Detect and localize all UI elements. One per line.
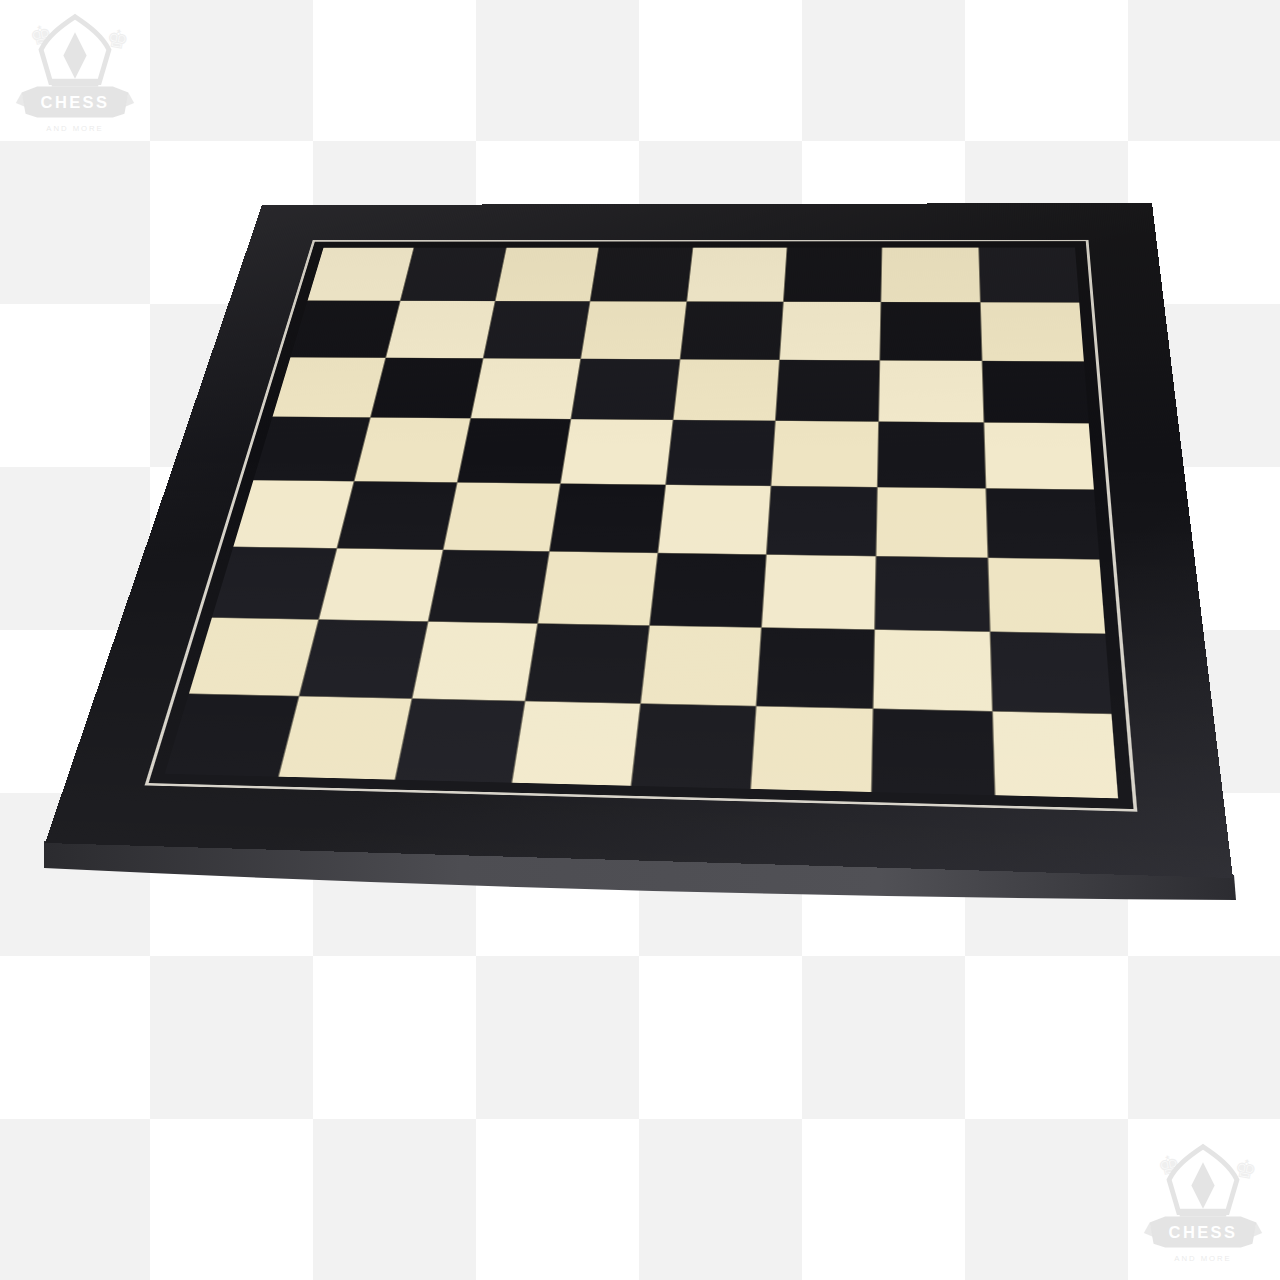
chess-shop-logo: ♚ ♚ CHESS AND MORE [1140, 1134, 1266, 1272]
square-b4 [338, 481, 457, 549]
square-f8 [784, 248, 882, 302]
square-f5 [771, 421, 878, 486]
square-a2 [189, 618, 318, 695]
board-playing-area [165, 248, 1118, 799]
square-a6 [273, 357, 386, 417]
square-h3 [988, 558, 1105, 634]
square-c6 [471, 358, 580, 418]
square-d6 [572, 359, 680, 420]
square-h7 [980, 303, 1083, 361]
square-g5 [878, 422, 985, 488]
square-f2 [757, 628, 875, 708]
square-a1 [165, 694, 299, 777]
square-f7 [780, 302, 881, 360]
board-inner-margin [149, 241, 1134, 809]
square-c8 [495, 248, 598, 302]
square-h2 [990, 632, 1111, 713]
square-b8 [401, 248, 506, 301]
watermark-logo-top-left: ♚ ♚ CHESS AND MORE [12, 4, 138, 142]
square-h5 [984, 423, 1094, 489]
square-g3 [875, 556, 989, 631]
square-e2 [641, 626, 761, 705]
square-h6 [982, 361, 1089, 423]
square-a5 [254, 417, 371, 481]
square-a4 [233, 480, 354, 548]
watermark-logo-bottom-right: ♚ ♚ CHESS AND MORE [1140, 1134, 1266, 1272]
square-e1 [631, 704, 755, 789]
square-b1 [279, 696, 411, 779]
square-c3 [428, 550, 549, 623]
square-e8 [687, 248, 787, 302]
square-d2 [526, 624, 648, 703]
watermark-banner-text: CHESS [41, 93, 110, 111]
square-b6 [371, 358, 482, 418]
square-c4 [443, 482, 560, 551]
square-h1 [993, 711, 1118, 798]
square-b2 [300, 620, 427, 698]
square-g8 [882, 248, 980, 303]
square-f1 [751, 706, 873, 792]
square-e3 [650, 553, 766, 627]
square-f4 [767, 486, 877, 556]
watermark-banner-text: CHESS [1169, 1223, 1238, 1241]
square-b3 [320, 549, 443, 622]
square-a8 [308, 248, 414, 301]
square-e7 [680, 302, 783, 359]
square-g6 [879, 361, 983, 423]
square-c5 [458, 419, 571, 483]
square-b5 [355, 418, 470, 482]
product-photo-page: { "game": "chess", "scene": "Empty black… [0, 0, 1280, 1280]
crown-base [52, 79, 99, 87]
square-b7 [387, 301, 495, 358]
square-d1 [513, 701, 640, 786]
square-e5 [666, 420, 775, 485]
square-d7 [581, 302, 685, 359]
square-g7 [881, 302, 982, 360]
square-f3 [762, 555, 876, 630]
square-g1 [872, 709, 994, 795]
square-c2 [412, 622, 537, 700]
square-a7 [291, 301, 400, 357]
square-h4 [986, 488, 1099, 559]
square-c1 [395, 699, 524, 783]
square-g4 [877, 487, 987, 557]
square-f6 [776, 360, 880, 421]
square-c7 [484, 302, 590, 359]
square-e4 [658, 485, 770, 554]
square-d5 [561, 419, 672, 484]
square-g2 [874, 630, 992, 710]
chess-shop-logo: ♚ ♚ CHESS AND MORE [12, 4, 138, 142]
watermark-subtext: AND MORE [1174, 1254, 1231, 1263]
square-d4 [550, 484, 665, 553]
crown-jewel-icon [63, 32, 86, 79]
square-d8 [591, 248, 692, 302]
crown-base [1180, 1209, 1227, 1217]
square-h8 [979, 248, 1079, 303]
watermark-subtext: AND MORE [46, 124, 103, 133]
square-d3 [538, 552, 656, 626]
square-e6 [673, 359, 779, 420]
crown-jewel-icon [1191, 1162, 1214, 1209]
square-a3 [212, 547, 337, 619]
